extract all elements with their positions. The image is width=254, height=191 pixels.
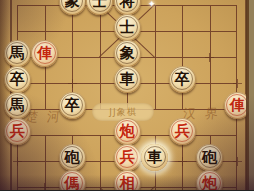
piece-glyph: 馬 [10,40,25,67]
piece-glyph: 車 [120,66,135,93]
piece-glyph: 炮 [202,170,217,191]
piece-glyph: 相 [120,170,135,191]
piece-glyph: 兵 [120,144,135,171]
piece-glyph: 傌 [65,170,80,191]
piece-glyph: 象 [65,0,80,15]
piece-glyph: 兵 [10,118,25,145]
piece-black-advisor[interactable]: 士 [86,0,113,15]
piece-glyph: 砲 [65,144,80,171]
piece-glyph: 俥 [37,40,52,67]
piece-black-advisor[interactable]: 士 [114,14,141,41]
piece-red-cannon[interactable]: 炮 [114,118,141,145]
xiangqi-board[interactable]: 楚河 汉界 JJ象棋 象士将士馬俥象卒車卒馬卒俥兵炮兵砲兵車砲傌相炮 ✦ [0,0,254,190]
piece-black-soldier[interactable]: 卒 [169,66,196,93]
piece-glyph: 象 [120,40,135,67]
piece-glyph: 車 [147,144,162,171]
piece-black-horse[interactable]: 馬 [4,40,31,67]
piece-glyph: 炮 [120,118,135,145]
piece-glyph: 卒 [10,66,25,93]
piece-glyph: 士 [92,0,107,15]
background-strip [249,0,254,190]
piece-black-cannon[interactable]: 砲 [196,144,223,171]
piece-red-elephant[interactable]: 相 [114,170,141,191]
piece-black-chariot[interactable]: 車 [114,66,141,93]
piece-glyph: 馬 [10,92,25,119]
piece-red-soldier[interactable]: 兵 [169,118,196,145]
piece-red-horse[interactable]: 傌 [59,170,86,191]
piece-glyph: 砲 [202,144,217,171]
piece-black-elephant[interactable]: 象 [114,40,141,67]
piece-red-cannon[interactable]: 炮 [196,170,223,191]
piece-black-soldier[interactable]: 卒 [59,92,86,119]
piece-red-chariot[interactable]: 俥 [31,40,58,67]
sparkle-effect: ✦ [148,0,156,9]
piece-red-soldier[interactable]: 兵 [4,118,31,145]
piece-glyph: 俥 [230,92,245,119]
piece-red-soldier[interactable]: 兵 [114,144,141,171]
piece-black-general[interactable]: 将 [114,0,141,15]
piece-glyph: 兵 [175,118,190,145]
piece-glyph: 士 [120,14,135,41]
pieces-layer: 象士将士馬俥象卒車卒馬卒俥兵炮兵砲兵車砲傌相炮 [0,0,254,190]
piece-black-chariot[interactable]: 車 [141,144,168,171]
piece-glyph: 卒 [65,92,80,119]
piece-glyph: 将 [120,0,135,15]
piece-glyph: 卒 [175,66,190,93]
piece-black-soldier[interactable]: 卒 [4,66,31,93]
piece-black-horse[interactable]: 馬 [4,92,31,119]
piece-black-cannon[interactable]: 砲 [59,144,86,171]
piece-black-elephant[interactable]: 象 [59,0,86,15]
